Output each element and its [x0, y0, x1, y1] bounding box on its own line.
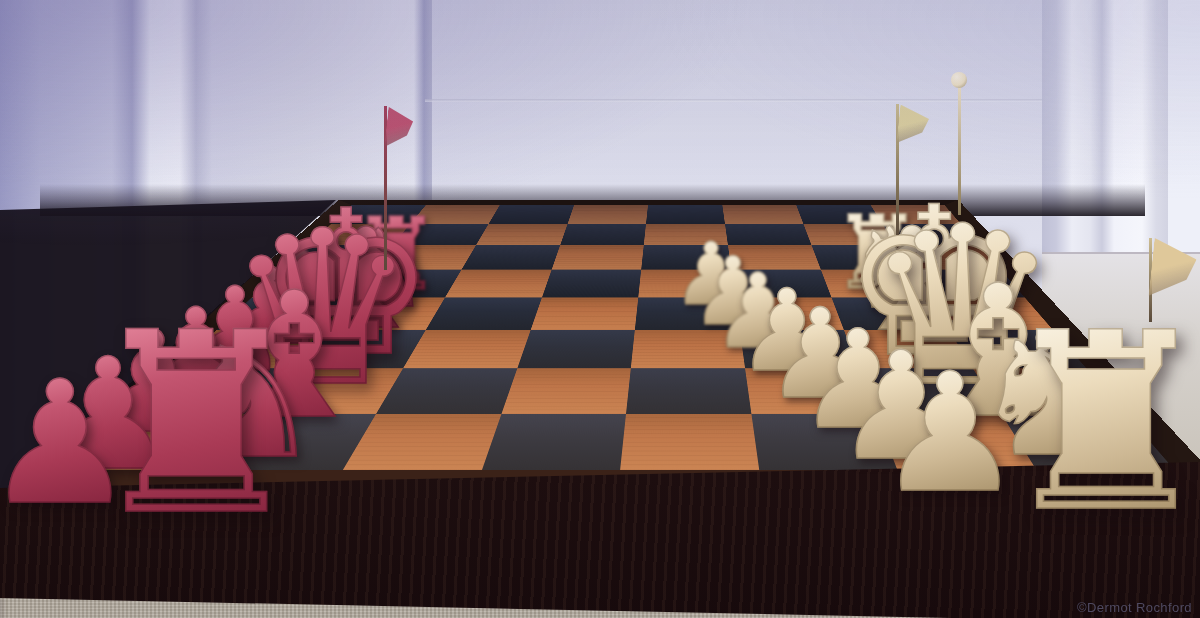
chess-set-photo-scene: ♜♞♝♛♚♝♞♜♟♟♟♟♟♟♟♟♜♞♝♛♚♝♞♜♟♟♟♟♟♟♟♟ ©Dermot…: [0, 0, 1200, 618]
decorations-layer: [0, 0, 1200, 618]
watermark: ©Dermot Rochford: [1077, 600, 1192, 615]
